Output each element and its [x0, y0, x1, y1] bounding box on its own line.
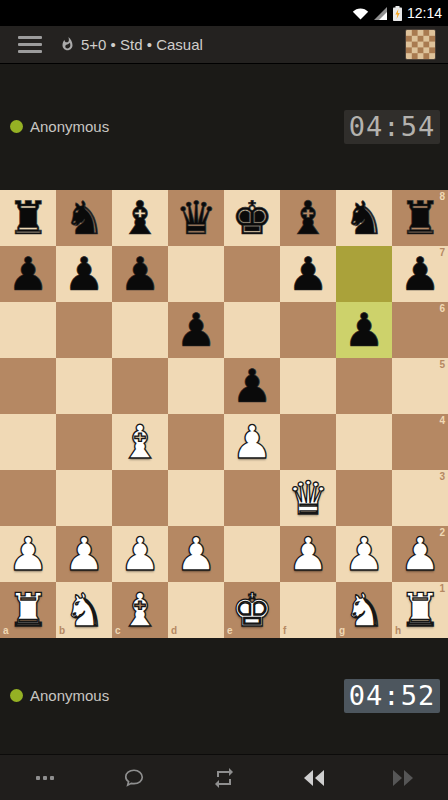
square-f7[interactable]: ♟	[280, 246, 336, 302]
forward-button[interactable]	[358, 755, 448, 800]
white-knight: ♞	[343, 587, 384, 633]
black-queen: ♛	[175, 195, 216, 241]
square-a8[interactable]: ♜	[0, 190, 56, 246]
page-title: 5+0 • Std • Casual	[81, 36, 203, 53]
square-e8[interactable]: ♚	[224, 190, 280, 246]
square-b8[interactable]: ♞	[56, 190, 112, 246]
bottom-nav-bar	[0, 754, 448, 800]
white-pawn: ♟	[7, 531, 48, 577]
blitz-flame-icon	[60, 35, 75, 53]
black-knight: ♞	[63, 195, 104, 241]
white-pawn: ♟	[175, 531, 216, 577]
square-b5[interactable]	[56, 358, 112, 414]
square-d1[interactable]: d	[168, 582, 224, 638]
square-f1[interactable]: f	[280, 582, 336, 638]
online-indicator-dot	[10, 689, 23, 702]
hamburger-menu-icon[interactable]	[18, 36, 42, 53]
square-c2[interactable]: ♟	[112, 526, 168, 582]
black-bishop: ♝	[119, 195, 160, 241]
cell-signal-icon	[374, 7, 388, 20]
square-b6[interactable]	[56, 302, 112, 358]
square-f4[interactable]	[280, 414, 336, 470]
square-c1[interactable]: ♝c	[112, 582, 168, 638]
square-a1[interactable]: ♜a	[0, 582, 56, 638]
coord-file-e: e	[227, 626, 233, 636]
coord-rank-7: 7	[439, 248, 445, 258]
square-d7[interactable]	[168, 246, 224, 302]
black-pawn: ♟	[343, 307, 384, 353]
square-c8[interactable]: ♝	[112, 190, 168, 246]
square-d8[interactable]: ♛	[168, 190, 224, 246]
square-e2[interactable]	[224, 526, 280, 582]
coord-rank-4: 4	[439, 416, 445, 426]
app-bar: 5+0 • Std • Casual	[0, 26, 448, 64]
coord-rank-2: 2	[439, 528, 445, 538]
square-a6[interactable]	[0, 302, 56, 358]
black-rook: ♜	[7, 195, 48, 241]
coord-file-g: g	[339, 626, 345, 636]
square-g6[interactable]: ♟	[336, 302, 392, 358]
black-pawn: ♟	[119, 251, 160, 297]
square-a3[interactable]	[0, 470, 56, 526]
square-h7[interactable]: ♟7	[392, 246, 448, 302]
square-f8[interactable]: ♝	[280, 190, 336, 246]
square-g2[interactable]: ♟	[336, 526, 392, 582]
square-g1[interactable]: ♞g	[336, 582, 392, 638]
rewind-icon	[302, 768, 326, 788]
square-e3[interactable]	[224, 470, 280, 526]
wifi-icon	[352, 7, 369, 20]
coord-file-d: d	[171, 626, 177, 636]
square-b3[interactable]	[56, 470, 112, 526]
square-e1[interactable]: ♚e	[224, 582, 280, 638]
square-e4[interactable]: ♟	[224, 414, 280, 470]
square-d6[interactable]: ♟	[168, 302, 224, 358]
top-player-name: Anonymous	[30, 118, 109, 135]
white-king: ♚	[231, 587, 272, 633]
white-bishop: ♝	[119, 419, 160, 465]
bottom-player-bar: Anonymous 04:52	[0, 638, 448, 755]
square-a4[interactable]	[0, 414, 56, 470]
square-e5[interactable]: ♟	[224, 358, 280, 414]
black-pawn: ♟	[231, 363, 272, 409]
square-d5[interactable]	[168, 358, 224, 414]
square-e7[interactable]	[224, 246, 280, 302]
coord-rank-8: 8	[439, 192, 445, 202]
coord-file-c: c	[115, 626, 121, 636]
coord-rank-5: 5	[439, 360, 445, 370]
android-status-bar: 12:14	[0, 0, 448, 26]
square-h3[interactable]: 3	[392, 470, 448, 526]
chess-board: ♜♞♝♛♚♝♞♜8♟♟♟♟♟7♟♟6♟5♝♟4♛3♟♟♟♟♟♟♟2♜a♞b♝cd…	[0, 190, 448, 638]
white-pawn: ♟	[399, 531, 440, 577]
black-pawn: ♟	[7, 251, 48, 297]
square-f5[interactable]	[280, 358, 336, 414]
white-pawn: ♟	[63, 531, 104, 577]
square-g7[interactable]	[336, 246, 392, 302]
square-b7[interactable]: ♟	[56, 246, 112, 302]
square-c6[interactable]	[112, 302, 168, 358]
square-d2[interactable]: ♟	[168, 526, 224, 582]
game-info-title: 5+0 • Std • Casual	[60, 35, 405, 53]
square-e6[interactable]	[224, 302, 280, 358]
white-queen: ♛	[287, 475, 328, 521]
black-knight: ♞	[343, 195, 384, 241]
square-c3[interactable]	[112, 470, 168, 526]
white-pawn: ♟	[343, 531, 384, 577]
square-f3[interactable]: ♛	[280, 470, 336, 526]
top-player-bar: Anonymous 04:54	[0, 64, 448, 190]
bottom-player-info: Anonymous	[10, 687, 109, 704]
square-h2[interactable]: ♟2	[392, 526, 448, 582]
flip-board-button[interactable]	[179, 755, 269, 800]
top-player-clock: 04:54	[344, 110, 440, 144]
white-pawn: ♟	[231, 419, 272, 465]
bottom-player-name: Anonymous	[30, 687, 109, 704]
repeat-icon	[212, 766, 236, 790]
black-pawn: ♟	[175, 307, 216, 353]
ellipsis-icon	[36, 776, 54, 780]
square-c7[interactable]: ♟	[112, 246, 168, 302]
coord-rank-3: 3	[439, 472, 445, 482]
square-h5[interactable]: 5	[392, 358, 448, 414]
square-g8[interactable]: ♞	[336, 190, 392, 246]
square-b1[interactable]: ♞b	[56, 582, 112, 638]
chat-button[interactable]	[90, 755, 180, 800]
square-a7[interactable]: ♟	[0, 246, 56, 302]
chat-bubble-icon	[123, 767, 145, 789]
lichess-mobile-app: 12:14 5+0 • Std • Casual Anonymous 04:54…	[0, 0, 448, 800]
square-a5[interactable]	[0, 358, 56, 414]
white-bishop: ♝	[119, 587, 160, 633]
square-h4[interactable]: 4	[392, 414, 448, 470]
black-pawn: ♟	[63, 251, 104, 297]
square-g4[interactable]	[336, 414, 392, 470]
white-pawn: ♟	[287, 531, 328, 577]
coord-file-a: a	[3, 626, 9, 636]
coord-file-f: f	[283, 626, 286, 636]
top-player-info: Anonymous	[10, 118, 109, 135]
square-f2[interactable]: ♟	[280, 526, 336, 582]
square-g3[interactable]	[336, 470, 392, 526]
battery-charging-icon	[393, 6, 402, 21]
black-bishop: ♝	[287, 195, 328, 241]
coord-file-h: h	[395, 626, 401, 636]
square-h6[interactable]: 6	[392, 302, 448, 358]
fast-forward-icon	[391, 768, 415, 788]
bottom-player-clock: 04:52	[344, 679, 440, 713]
black-rook: ♜	[399, 195, 440, 241]
more-menu-button[interactable]	[0, 755, 90, 800]
square-c4[interactable]: ♝	[112, 414, 168, 470]
square-a2[interactable]: ♟	[0, 526, 56, 582]
square-d4[interactable]	[168, 414, 224, 470]
black-pawn: ♟	[287, 251, 328, 297]
black-pawn: ♟	[399, 251, 440, 297]
square-h8[interactable]: ♜8	[392, 190, 448, 246]
square-h1[interactable]: ♜h1	[392, 582, 448, 638]
white-knight: ♞	[63, 587, 104, 633]
black-king: ♚	[231, 195, 272, 241]
white-rook: ♜	[399, 587, 440, 633]
online-indicator-dot	[10, 120, 23, 133]
coord-rank-1: 1	[439, 584, 445, 594]
white-rook: ♜	[7, 587, 48, 633]
square-f6[interactable]	[280, 302, 336, 358]
square-b4[interactable]	[56, 414, 112, 470]
coord-file-b: b	[59, 626, 65, 636]
backward-button[interactable]	[269, 755, 359, 800]
square-g5[interactable]	[336, 358, 392, 414]
white-pawn: ♟	[119, 531, 160, 577]
status-time: 12:14	[407, 0, 442, 26]
square-c5[interactable]	[112, 358, 168, 414]
square-b2[interactable]: ♟	[56, 526, 112, 582]
board-thumbnail-icon[interactable]	[405, 29, 436, 60]
square-d3[interactable]	[168, 470, 224, 526]
coord-rank-6: 6	[439, 304, 445, 314]
